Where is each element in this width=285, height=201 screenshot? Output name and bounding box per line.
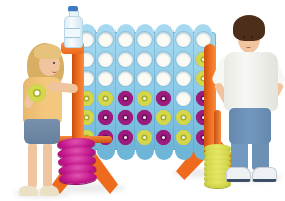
girl-eye <box>53 62 55 64</box>
purple-disc <box>118 110 133 125</box>
product-photo-scene <box>0 0 285 201</box>
cell-r3c5 <box>155 69 174 89</box>
empty-hole <box>176 52 191 67</box>
cell-r6c5 <box>155 128 174 148</box>
cell-r1c6 <box>174 30 193 50</box>
empty-hole <box>176 91 191 106</box>
boy-sneaker <box>252 167 277 182</box>
girl-leg <box>43 143 52 188</box>
cell-r4c3 <box>116 89 135 109</box>
yellow-disc <box>156 110 171 125</box>
yellow-disc <box>137 91 152 106</box>
yellow-disc <box>98 91 113 106</box>
cell-r2c6 <box>174 50 193 70</box>
purple-disc <box>156 130 171 145</box>
cell-r4c2 <box>96 89 115 109</box>
empty-hole <box>156 71 171 86</box>
boy-leg <box>231 140 248 170</box>
water-bottle-label <box>65 28 80 38</box>
empty-hole <box>98 71 113 86</box>
purple-disc <box>156 91 171 106</box>
purple-disc <box>118 91 133 106</box>
cell-r1c3 <box>116 30 135 50</box>
empty-hole <box>98 52 113 67</box>
cell-r2c2 <box>96 50 115 70</box>
boy-mouth <box>246 45 251 48</box>
empty-hole <box>156 32 171 47</box>
empty-hole <box>156 52 171 67</box>
cell-r2c4 <box>135 50 154 70</box>
cell-r1c4 <box>135 30 154 50</box>
empty-hole <box>137 52 152 67</box>
girl-mouth <box>52 69 57 73</box>
cell-r5c2 <box>96 108 115 128</box>
yellow-disc <box>137 130 152 145</box>
yellow-disc <box>176 110 191 125</box>
purple-disc <box>118 130 133 145</box>
cell-r6c3 <box>116 128 135 148</box>
cell-r4c4 <box>135 89 154 109</box>
girl-held-yellow-disc <box>28 84 46 102</box>
cell-r3c4 <box>135 69 154 89</box>
cell-r1c2 <box>96 30 115 50</box>
empty-hole <box>137 32 152 47</box>
cell-r4c5 <box>155 89 174 109</box>
boy-jeans <box>229 108 271 144</box>
boy-eye <box>251 36 253 38</box>
boy-shirt <box>224 52 278 111</box>
boy-leg <box>252 140 269 170</box>
yellow-disc <box>176 130 191 145</box>
cell-r6c4 <box>135 128 154 148</box>
empty-hole <box>118 71 133 86</box>
empty-hole <box>176 71 191 86</box>
cell-r3c2 <box>96 69 115 89</box>
spare-discs-magenta-stack <box>57 137 99 187</box>
cell-r5c6 <box>174 108 193 128</box>
cell-r6c6 <box>174 128 193 148</box>
cell-r4c6 <box>174 89 193 109</box>
girl-shoe <box>40 186 59 196</box>
empty-hole <box>118 52 133 67</box>
boy-hair <box>233 15 265 41</box>
boy-eye <box>243 36 245 38</box>
girl-leg <box>28 143 37 188</box>
empty-hole <box>176 32 191 47</box>
girl-denim-shorts <box>24 119 60 144</box>
cell-r3c6 <box>174 69 193 89</box>
cell-r3c3 <box>116 69 135 89</box>
girl-hair-fringe <box>34 44 61 59</box>
empty-hole <box>98 32 113 47</box>
cell-r1c5 <box>155 30 174 50</box>
cell-r2c3 <box>116 50 135 70</box>
girl-shoe <box>19 186 38 196</box>
cell-r5c3 <box>116 108 135 128</box>
cell-r2c5 <box>155 50 174 70</box>
empty-hole <box>137 71 152 86</box>
purple-disc <box>98 110 113 125</box>
magenta-spare-disc <box>59 171 98 185</box>
empty-hole <box>118 32 133 47</box>
cell-r5c5 <box>155 108 174 128</box>
purple-disc <box>137 110 152 125</box>
boy-sneaker <box>226 167 251 182</box>
board-grid <box>77 30 213 147</box>
cell-r5c4 <box>135 108 154 128</box>
